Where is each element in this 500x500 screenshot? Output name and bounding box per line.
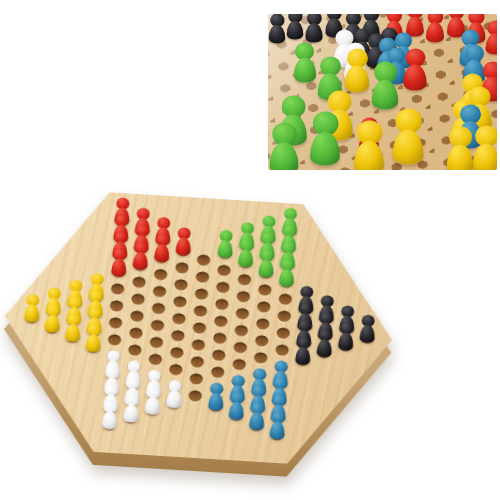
board-hole xyxy=(132,276,146,288)
board-hole xyxy=(169,363,183,375)
peg-white xyxy=(166,379,183,408)
peg-black xyxy=(269,14,286,44)
peg-yellow xyxy=(447,127,473,170)
peg-red xyxy=(426,14,444,42)
peg-black xyxy=(359,314,376,343)
peg-body xyxy=(447,145,473,170)
peg-body xyxy=(359,324,375,343)
board-hole xyxy=(173,295,187,307)
board-hole xyxy=(279,293,293,305)
peg-yellow xyxy=(65,313,82,342)
board-hole xyxy=(254,351,268,363)
board-hole xyxy=(214,315,228,327)
board-hole xyxy=(154,269,168,281)
peg-body xyxy=(208,392,224,411)
peg-body xyxy=(102,411,118,430)
peg-body xyxy=(345,65,369,93)
peg-body xyxy=(44,314,60,333)
peg-body xyxy=(249,411,265,430)
board-hole xyxy=(171,329,185,341)
peg-yellow xyxy=(345,48,369,92)
board-hole xyxy=(238,274,252,286)
board-hole xyxy=(232,359,246,371)
board-hole xyxy=(175,262,189,274)
board-hole xyxy=(197,254,211,266)
peg-red xyxy=(154,234,171,263)
peg-body xyxy=(166,389,182,408)
peg-green xyxy=(279,258,296,287)
peg-yellow xyxy=(354,121,384,170)
peg-blue xyxy=(249,401,266,430)
peg-yellow xyxy=(24,294,41,323)
peg-black xyxy=(316,329,333,358)
peg-body xyxy=(310,132,340,166)
peg-body xyxy=(403,64,426,90)
peg-black xyxy=(338,322,355,351)
board-hole xyxy=(150,337,164,349)
board-hole xyxy=(191,356,205,368)
board-hole xyxy=(189,373,203,385)
peg-yellow xyxy=(85,323,102,352)
board-hole xyxy=(258,284,272,296)
board-hole xyxy=(215,298,229,310)
board-hole xyxy=(130,310,144,322)
peg-blue xyxy=(228,392,245,421)
peg-body xyxy=(145,396,161,415)
board-hole xyxy=(237,291,251,303)
board-hole xyxy=(149,354,163,366)
board-hole xyxy=(195,288,209,300)
peg-white xyxy=(123,394,140,423)
peg-body xyxy=(426,22,444,43)
peg-yellow xyxy=(472,125,497,170)
peg-body xyxy=(338,332,354,351)
peg-green xyxy=(310,111,340,165)
board-hole xyxy=(276,327,290,339)
peg-body xyxy=(270,142,299,170)
peg-blue xyxy=(208,382,225,411)
board-hole xyxy=(196,271,210,283)
peg-body xyxy=(217,239,233,258)
board-hole xyxy=(153,286,167,298)
board-hole xyxy=(152,303,166,315)
peg-red xyxy=(132,241,149,270)
peg-black xyxy=(305,14,322,42)
peg-body xyxy=(132,251,148,270)
peg-blue xyxy=(269,411,286,440)
board-hole xyxy=(108,334,122,346)
board-hole xyxy=(174,278,188,290)
peg-yellow xyxy=(392,108,423,164)
board-hole xyxy=(194,305,208,317)
peg-body xyxy=(305,23,322,43)
peg-body xyxy=(279,268,295,287)
peg-body xyxy=(392,129,423,164)
peg-body xyxy=(269,421,285,440)
peg-body xyxy=(154,244,170,263)
peg-green xyxy=(258,249,275,278)
peg-body xyxy=(485,33,497,54)
peg-red xyxy=(175,227,192,256)
peg-body xyxy=(228,402,244,421)
board-hole xyxy=(111,283,125,295)
board-face xyxy=(0,186,400,469)
peg-body xyxy=(354,141,384,170)
board-hole xyxy=(128,344,142,356)
board-hole xyxy=(275,344,289,356)
peg-white xyxy=(145,386,162,415)
peg-body xyxy=(24,304,40,323)
board-cells-layer xyxy=(13,186,400,210)
peg-green xyxy=(217,229,234,258)
peg-body xyxy=(258,259,274,278)
board-hole xyxy=(216,281,230,293)
board-hole xyxy=(129,327,143,339)
peg-red xyxy=(403,49,426,91)
peg-green xyxy=(270,123,299,170)
board-hole xyxy=(172,312,186,324)
board-hole xyxy=(256,318,270,330)
peg-body xyxy=(111,258,127,277)
board-hole xyxy=(212,349,226,361)
board-hole xyxy=(193,322,207,334)
peg-body xyxy=(85,333,101,352)
peg-body xyxy=(123,404,139,423)
board-hole xyxy=(236,308,250,320)
board-hole xyxy=(233,342,247,354)
peg-black xyxy=(295,336,312,365)
inset-closeup-photo xyxy=(268,14,497,170)
peg-body xyxy=(269,25,286,44)
board-hole xyxy=(188,390,202,402)
board-hole xyxy=(109,317,123,329)
board-hole xyxy=(170,346,184,358)
peg-red xyxy=(485,21,497,55)
peg-body xyxy=(295,346,311,365)
peg-body xyxy=(175,236,191,255)
peg-body xyxy=(372,79,398,109)
peg-green xyxy=(372,61,398,109)
peg-body xyxy=(287,20,304,39)
board-hole xyxy=(277,310,291,322)
board-hole xyxy=(213,332,227,344)
peg-green xyxy=(238,239,255,268)
board-hole xyxy=(192,339,206,351)
peg-body xyxy=(316,339,332,358)
chinese-checkers-board xyxy=(0,186,400,483)
peg-yellow xyxy=(44,304,61,333)
board-hole xyxy=(211,366,225,378)
peg-body xyxy=(65,323,81,342)
peg-body xyxy=(472,143,497,170)
peg-black xyxy=(287,14,304,39)
board-hole xyxy=(217,264,231,276)
peg-red xyxy=(111,248,128,277)
product-photo xyxy=(0,0,500,500)
board-hole xyxy=(131,293,145,305)
peg-body xyxy=(294,58,316,83)
peg-body xyxy=(238,249,254,268)
board-hole xyxy=(235,325,249,337)
board-hole xyxy=(110,300,124,312)
board-hole xyxy=(151,320,165,332)
board-hole xyxy=(257,301,271,313)
board-hole xyxy=(255,335,269,347)
peg-green xyxy=(294,43,316,83)
peg-white xyxy=(102,401,119,430)
